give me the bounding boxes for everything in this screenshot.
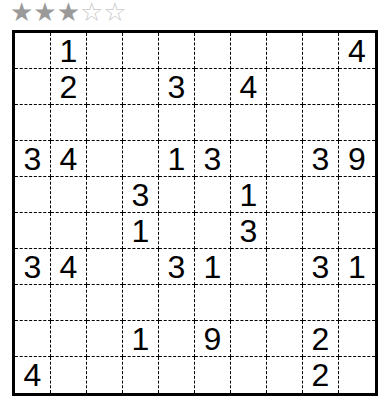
cell-r8c6[interactable] (195, 285, 231, 321)
cell-r1c1[interactable] (15, 33, 51, 69)
cell-r5c6[interactable] (195, 177, 231, 213)
cell-r6c8[interactable] (267, 213, 303, 249)
cell-r4c4[interactable] (123, 141, 159, 177)
cell-r5c1[interactable] (15, 177, 51, 213)
cell-r10c6[interactable] (195, 357, 231, 393)
cell-r7c8[interactable] (267, 249, 303, 285)
puzzle-board: 14234341339311334313119242 (12, 30, 378, 396)
cell-r3c2[interactable] (51, 105, 87, 141)
cell-r1c9[interactable] (303, 33, 339, 69)
cell-r5c4[interactable]: 3 (123, 177, 159, 213)
cell-r3c10[interactable] (339, 105, 375, 141)
cell-r4c1[interactable]: 3 (15, 141, 51, 177)
cell-r7c4[interactable] (123, 249, 159, 285)
cell-r9c1[interactable] (15, 321, 51, 357)
cell-r5c8[interactable] (267, 177, 303, 213)
cell-r4c8[interactable] (267, 141, 303, 177)
cell-r9c2[interactable] (51, 321, 87, 357)
cell-r8c10[interactable] (339, 285, 375, 321)
cell-r2c4[interactable] (123, 69, 159, 105)
cell-r6c3[interactable] (87, 213, 123, 249)
cell-r5c7[interactable]: 1 (231, 177, 267, 213)
cell-r8c4[interactable] (123, 285, 159, 321)
cell-r8c5[interactable] (159, 285, 195, 321)
cell-r3c3[interactable] (87, 105, 123, 141)
cell-r8c7[interactable] (231, 285, 267, 321)
cell-r10c7[interactable] (231, 357, 267, 393)
cell-r2c3[interactable] (87, 69, 123, 105)
cell-r10c9[interactable]: 2 (303, 357, 339, 393)
cell-r2c7[interactable]: 4 (231, 69, 267, 105)
cell-r9c4[interactable]: 1 (123, 321, 159, 357)
cell-r6c10[interactable] (339, 213, 375, 249)
cell-r1c3[interactable] (87, 33, 123, 69)
cell-r4c2[interactable]: 4 (51, 141, 87, 177)
cell-r6c7[interactable]: 3 (231, 213, 267, 249)
puzzle-page: ★★★☆☆ 14234341339311334313119242 (0, 0, 390, 408)
cell-r10c5[interactable] (159, 357, 195, 393)
cell-r6c1[interactable] (15, 213, 51, 249)
cell-r1c4[interactable] (123, 33, 159, 69)
cell-r1c2[interactable]: 1 (51, 33, 87, 69)
star-filled-icon: ★ (10, 0, 33, 27)
difficulty-rating: ★★★☆☆ (10, 0, 127, 27)
cell-r10c8[interactable] (267, 357, 303, 393)
cell-r3c8[interactable] (267, 105, 303, 141)
cell-r9c8[interactable] (267, 321, 303, 357)
cell-r6c9[interactable] (303, 213, 339, 249)
cell-r2c8[interactable] (267, 69, 303, 105)
cell-r6c4[interactable]: 1 (123, 213, 159, 249)
cell-r4c3[interactable] (87, 141, 123, 177)
star-filled-icon: ★ (33, 0, 56, 27)
cell-r10c3[interactable] (87, 357, 123, 393)
cell-r3c5[interactable] (159, 105, 195, 141)
cell-r4c5[interactable]: 1 (159, 141, 195, 177)
cell-r3c7[interactable] (231, 105, 267, 141)
cell-r6c6[interactable] (195, 213, 231, 249)
star-empty-icon: ☆ (80, 0, 103, 27)
cell-r3c6[interactable] (195, 105, 231, 141)
cell-r7c2[interactable]: 4 (51, 249, 87, 285)
cell-r4c9[interactable]: 3 (303, 141, 339, 177)
star-filled-icon: ★ (57, 0, 80, 27)
cell-r7c6[interactable]: 1 (195, 249, 231, 285)
cell-r3c9[interactable] (303, 105, 339, 141)
cell-r2c2[interactable]: 2 (51, 69, 87, 105)
cell-r9c7[interactable] (231, 321, 267, 357)
cell-r2c9[interactable] (303, 69, 339, 105)
cell-r5c9[interactable] (303, 177, 339, 213)
cell-r7c10[interactable]: 1 (339, 249, 375, 285)
cell-r9c6[interactable]: 9 (195, 321, 231, 357)
cell-r7c5[interactable]: 3 (159, 249, 195, 285)
cell-r2c5[interactable]: 3 (159, 69, 195, 105)
cell-r5c2[interactable] (51, 177, 87, 213)
cell-r5c10[interactable] (339, 177, 375, 213)
cell-r10c1[interactable]: 4 (15, 357, 51, 393)
cell-r1c10[interactable]: 4 (339, 33, 375, 69)
cell-r5c5[interactable] (159, 177, 195, 213)
cell-r5c3[interactable] (87, 177, 123, 213)
cell-r6c2[interactable] (51, 213, 87, 249)
cell-r6c5[interactable] (159, 213, 195, 249)
cell-r1c7[interactable] (231, 33, 267, 69)
cell-r2c1[interactable] (15, 69, 51, 105)
cell-r8c8[interactable] (267, 285, 303, 321)
star-empty-icon: ☆ (103, 0, 126, 27)
cell-r1c6[interactable] (195, 33, 231, 69)
cell-r2c10[interactable] (339, 69, 375, 105)
cell-r9c3[interactable] (87, 321, 123, 357)
cell-r7c3[interactable] (87, 249, 123, 285)
cell-r9c10[interactable] (339, 321, 375, 357)
cell-r9c5[interactable] (159, 321, 195, 357)
cell-r4c7[interactable] (231, 141, 267, 177)
cell-r9c9[interactable]: 2 (303, 321, 339, 357)
cell-r7c7[interactable] (231, 249, 267, 285)
cell-r10c4[interactable] (123, 357, 159, 393)
cell-r10c2[interactable] (51, 357, 87, 393)
cell-r7c9[interactable]: 3 (303, 249, 339, 285)
cell-r8c1[interactable] (15, 285, 51, 321)
cell-r10c10[interactable] (339, 357, 375, 393)
cell-r8c9[interactable] (303, 285, 339, 321)
cell-r4c10[interactable]: 9 (339, 141, 375, 177)
cell-r8c3[interactable] (87, 285, 123, 321)
cell-r2c6[interactable] (195, 69, 231, 105)
cell-r8c2[interactable] (51, 285, 87, 321)
cell-r3c4[interactable] (123, 105, 159, 141)
cell-r7c1[interactable]: 3 (15, 249, 51, 285)
cell-r1c8[interactable] (267, 33, 303, 69)
cell-r1c5[interactable] (159, 33, 195, 69)
cell-r4c6[interactable]: 3 (195, 141, 231, 177)
cell-r3c1[interactable] (15, 105, 51, 141)
